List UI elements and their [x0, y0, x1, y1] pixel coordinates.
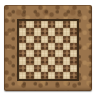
- square-c7[interactable]: [34, 28, 41, 35]
- square-g8[interactable]: [63, 21, 70, 28]
- square-e8[interactable]: [48, 21, 55, 28]
- square-h6[interactable]: [70, 36, 77, 43]
- square-c3[interactable]: [34, 57, 41, 64]
- square-g2[interactable]: [63, 65, 70, 72]
- square-g4[interactable]: [63, 50, 70, 57]
- square-a2[interactable]: [19, 65, 26, 72]
- square-f4[interactable]: [55, 50, 62, 57]
- square-g3[interactable]: [63, 57, 70, 64]
- playing-field: [19, 21, 77, 79]
- square-c8[interactable]: [34, 21, 41, 28]
- square-a3[interactable]: [19, 57, 26, 64]
- square-c5[interactable]: [34, 43, 41, 50]
- chess-board: [4, 5, 92, 91]
- square-e1[interactable]: [48, 72, 55, 79]
- square-f6[interactable]: [55, 36, 62, 43]
- square-a7[interactable]: [19, 28, 26, 35]
- square-b7[interactable]: [26, 28, 33, 35]
- square-d5[interactable]: [41, 43, 48, 50]
- square-d4[interactable]: [41, 50, 48, 57]
- square-e2[interactable]: [48, 65, 55, 72]
- square-h1[interactable]: [70, 72, 77, 79]
- square-c4[interactable]: [34, 50, 41, 57]
- square-a1[interactable]: [19, 72, 26, 79]
- square-h5[interactable]: [70, 43, 77, 50]
- square-a5[interactable]: [19, 43, 26, 50]
- square-f2[interactable]: [55, 65, 62, 72]
- square-h7[interactable]: [70, 28, 77, 35]
- square-d1[interactable]: [41, 72, 48, 79]
- square-b5[interactable]: [26, 43, 33, 50]
- square-b8[interactable]: [26, 21, 33, 28]
- square-e4[interactable]: [48, 50, 55, 57]
- square-d7[interactable]: [41, 28, 48, 35]
- square-b4[interactable]: [26, 50, 33, 57]
- square-d8[interactable]: [41, 21, 48, 28]
- board-inlay-frame: [17, 19, 79, 81]
- square-f3[interactable]: [55, 57, 62, 64]
- square-h3[interactable]: [70, 57, 77, 64]
- square-d3[interactable]: [41, 57, 48, 64]
- square-b3[interactable]: [26, 57, 33, 64]
- square-f1[interactable]: [55, 72, 62, 79]
- square-e7[interactable]: [48, 28, 55, 35]
- square-b1[interactable]: [26, 72, 33, 79]
- square-a4[interactable]: [19, 50, 26, 57]
- square-d6[interactable]: [41, 36, 48, 43]
- square-b2[interactable]: [26, 65, 33, 72]
- square-d2[interactable]: [41, 65, 48, 72]
- square-h8[interactable]: [70, 21, 77, 28]
- square-f8[interactable]: [55, 21, 62, 28]
- square-g5[interactable]: [63, 43, 70, 50]
- square-h2[interactable]: [70, 65, 77, 72]
- square-c2[interactable]: [34, 65, 41, 72]
- square-c1[interactable]: [34, 72, 41, 79]
- square-e6[interactable]: [48, 36, 55, 43]
- square-b6[interactable]: [26, 36, 33, 43]
- square-g1[interactable]: [63, 72, 70, 79]
- square-g7[interactable]: [63, 28, 70, 35]
- square-e3[interactable]: [48, 57, 55, 64]
- square-h4[interactable]: [70, 50, 77, 57]
- square-a6[interactable]: [19, 36, 26, 43]
- square-c6[interactable]: [34, 36, 41, 43]
- square-f5[interactable]: [55, 43, 62, 50]
- square-f7[interactable]: [55, 28, 62, 35]
- square-e5[interactable]: [48, 43, 55, 50]
- square-a8[interactable]: [19, 21, 26, 28]
- square-g6[interactable]: [63, 36, 70, 43]
